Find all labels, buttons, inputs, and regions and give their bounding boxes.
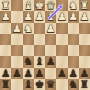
white-pawn-b2: ♟ — [68, 11, 77, 22]
square-d4[interactable] — [45, 34, 56, 45]
white-knight-b1: ♞ — [68, 0, 77, 11]
square-h6[interactable] — [0, 56, 11, 67]
square-b3[interactable] — [68, 23, 79, 34]
square-h8[interactable]: ♜ — [0, 79, 11, 90]
square-g6[interactable] — [11, 56, 22, 67]
black-king-e8: ♚ — [35, 79, 44, 90]
square-b2[interactable]: ♟ — [68, 11, 79, 22]
square-f2[interactable]: ♟ — [23, 11, 34, 22]
square-g8[interactable] — [11, 79, 22, 90]
square-e8[interactable]: ♚ — [34, 79, 45, 90]
black-rook-h8: ♜ — [1, 79, 10, 90]
square-b8[interactable]: ♞ — [68, 79, 79, 90]
square-c2[interactable]: ♟ — [56, 11, 67, 22]
square-d6[interactable]: ♟ — [45, 56, 56, 67]
square-b5[interactable] — [68, 45, 79, 56]
square-a6[interactable] — [79, 56, 90, 67]
square-e5[interactable] — [34, 45, 45, 56]
white-pawn-e2: ♟ — [35, 11, 44, 22]
white-king-e1: ♚ — [35, 0, 44, 11]
black-bishop-f8: ♝ — [23, 79, 32, 90]
square-a8[interactable]: ♜ — [79, 79, 90, 90]
square-h1[interactable]: ♜ — [0, 0, 11, 11]
square-a5[interactable] — [79, 45, 90, 56]
square-g1[interactable] — [11, 0, 22, 11]
square-g4[interactable] — [11, 34, 22, 45]
square-e6[interactable]: ♝ — [34, 56, 45, 67]
chess-app-screen: ♜♝♚♛♞♜♟♟♟♝♟♟♟♟♞♟♞♝♟♟♟♟♟♟♟♟♜♝♚♛♞♜ — [0, 0, 90, 90]
square-h2[interactable]: ♟ — [0, 11, 11, 22]
white-knight-f3: ♞ — [23, 23, 32, 34]
white-rook-a1: ♜ — [80, 0, 89, 11]
square-f8[interactable]: ♝ — [23, 79, 34, 90]
square-b6[interactable] — [68, 56, 79, 67]
black-pawn-a7: ♟ — [80, 68, 89, 79]
square-g2[interactable] — [11, 11, 22, 22]
square-b4[interactable] — [68, 34, 79, 45]
square-e2[interactable]: ♟ — [34, 11, 45, 22]
white-pawn-a2: ♟ — [80, 11, 89, 22]
square-g3[interactable]: ♟ — [11, 23, 22, 34]
square-h7[interactable]: ♟ — [0, 68, 11, 79]
black-knight-b8: ♞ — [68, 79, 77, 90]
square-h4[interactable] — [0, 34, 11, 45]
square-d3[interactable]: ♟ — [45, 23, 56, 34]
square-f7[interactable]: ♟ — [23, 68, 34, 79]
square-c3[interactable] — [56, 23, 67, 34]
square-g5[interactable] — [11, 45, 22, 56]
square-b7[interactable]: ♟ — [68, 68, 79, 79]
black-pawn-c7: ♟ — [57, 68, 66, 79]
black-pawn-e7: ♟ — [35, 68, 44, 79]
square-e3[interactable] — [34, 23, 45, 34]
chess-board: ♜♝♚♛♞♜♟♟♟♝♟♟♟♟♞♟♞♝♟♟♟♟♟♟♟♟♜♝♚♛♞♜ — [0, 0, 90, 90]
white-bishop-d2: ♝ — [46, 11, 55, 22]
black-pawn-h7: ♟ — [1, 68, 10, 79]
black-knight-f6: ♞ — [23, 56, 32, 67]
black-bishop-e6: ♝ — [35, 56, 44, 67]
square-d2[interactable]: ♝ — [45, 11, 56, 22]
square-c1[interactable] — [56, 0, 67, 11]
square-c7[interactable]: ♟ — [56, 68, 67, 79]
square-a1[interactable]: ♜ — [79, 0, 90, 11]
square-e4[interactable] — [34, 34, 45, 45]
square-e7[interactable]: ♟ — [34, 68, 45, 79]
square-e1[interactable]: ♚ — [34, 0, 45, 11]
square-b1[interactable]: ♞ — [68, 0, 79, 11]
square-a4[interactable] — [79, 34, 90, 45]
square-c8[interactable] — [56, 79, 67, 90]
square-f5[interactable] — [23, 45, 34, 56]
white-pawn-d3: ♟ — [46, 23, 55, 34]
white-pawn-g3: ♟ — [12, 23, 21, 34]
square-a7[interactable]: ♟ — [79, 68, 90, 79]
square-d5[interactable] — [45, 45, 56, 56]
square-c4[interactable] — [56, 34, 67, 45]
black-pawn-g7: ♟ — [12, 68, 21, 79]
white-pawn-h2: ♟ — [1, 11, 10, 22]
white-pawn-f2: ♟ — [23, 11, 32, 22]
square-h3[interactable] — [0, 23, 11, 34]
black-pawn-b7: ♟ — [68, 68, 77, 79]
black-queen-d8: ♛ — [46, 79, 55, 90]
white-pawn-c2: ♟ — [57, 11, 66, 22]
black-rook-a8: ♜ — [80, 79, 89, 90]
square-g7[interactable]: ♟ — [11, 68, 22, 79]
white-bishop-f1: ♝ — [23, 0, 32, 11]
white-queen-d1: ♛ — [46, 0, 55, 11]
black-pawn-f7: ♟ — [23, 68, 32, 79]
white-rook-h1: ♜ — [1, 0, 10, 11]
square-a2[interactable]: ♟ — [79, 11, 90, 22]
square-d8[interactable]: ♛ — [45, 79, 56, 90]
square-h5[interactable] — [0, 45, 11, 56]
square-f1[interactable]: ♝ — [23, 0, 34, 11]
square-d7[interactable] — [45, 68, 56, 79]
square-f3[interactable]: ♞ — [23, 23, 34, 34]
black-pawn-d6: ♟ — [46, 56, 55, 67]
square-f6[interactable]: ♞ — [23, 56, 34, 67]
square-c6[interactable] — [56, 56, 67, 67]
square-d1[interactable]: ♛ — [45, 0, 56, 11]
square-f4[interactable] — [23, 34, 34, 45]
square-c5[interactable] — [56, 45, 67, 56]
square-a3[interactable] — [79, 23, 90, 34]
